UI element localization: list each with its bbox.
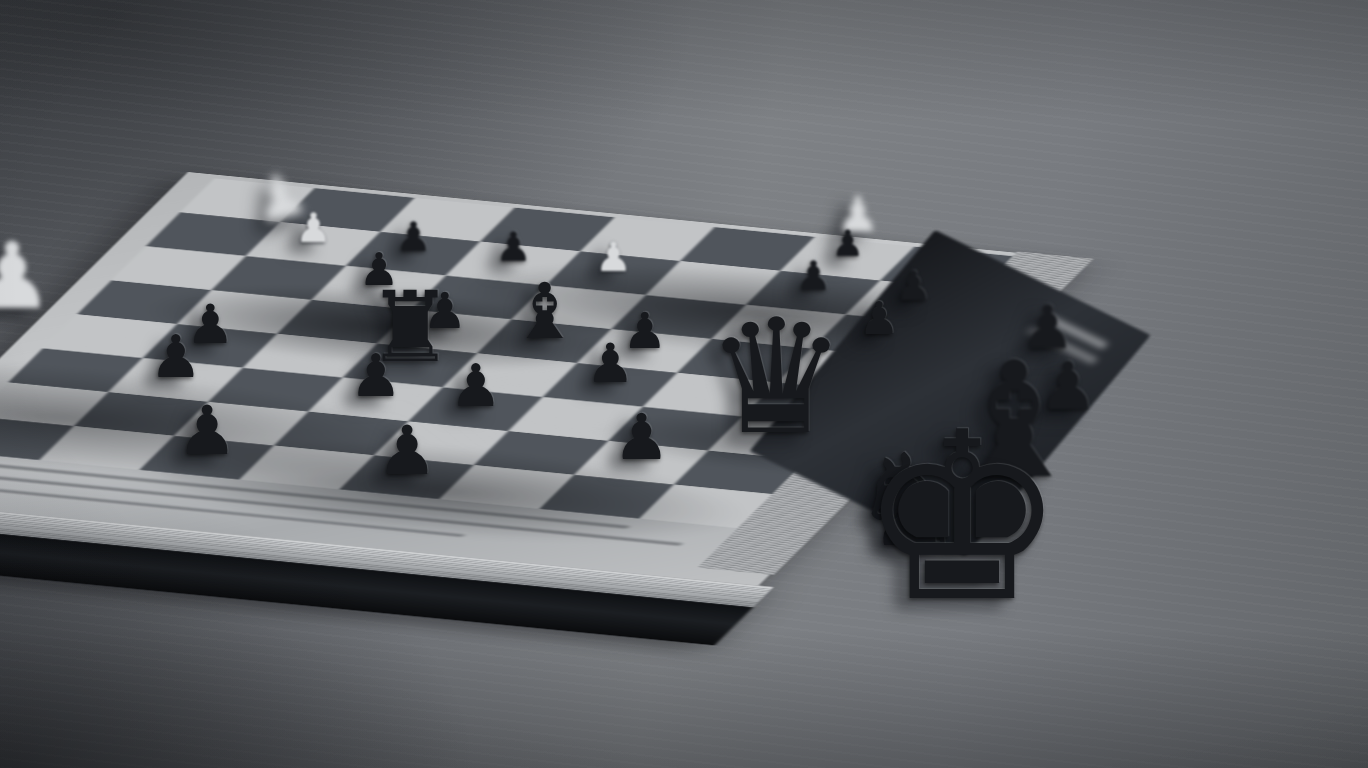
piece-black-pawn-g2: ♟: [613, 407, 670, 470]
piece-black-pawn-b3: ♟: [150, 328, 203, 387]
piece-black-pawn-f4: ♟: [586, 337, 635, 391]
piece-black-queen-h3: ♛: [705, 299, 847, 458]
photo-scene: ♟♟♟♟♟♟♟♟♟♟♝♟♟♜♟♟♟♟♛♟♟♟♟♟♟♞♚♝♟♟: [0, 0, 1368, 768]
piece-black-pawn-d3: ♟: [350, 347, 403, 406]
piece-black-pawn-d7: ♟: [495, 227, 532, 268]
piece-black-pawn-e1: ♟: [377, 417, 438, 485]
piece-white-pawn-e7: ♟: [595, 237, 632, 278]
offboard-white-pawn-table-left: ♟: [0, 231, 53, 323]
piece-black-pawn-h6: ♟: [859, 296, 900, 341]
piece-black-pawn-c7: ♟: [395, 218, 432, 259]
offboard-black-king-tray: ♚: [858, 402, 1066, 634]
piece-black-pawn-g8: ♟: [832, 226, 865, 262]
piece-black-pawn-e3: ♟: [450, 357, 503, 416]
piece-black-pawn-h7: ♟: [895, 266, 932, 307]
piece-black-bishop-e5: ♝: [510, 273, 579, 350]
piece-white-pawn-b7: ♟: [295, 208, 332, 249]
pieces-layer: ♟♟♟♟♟♟♟♟♟♟♝♟♟♜♟♟♟♟♛♟♟♟♟♟♟♞♚♝♟♟: [0, 0, 1368, 768]
piece-black-pawn-c1: ♟: [177, 398, 238, 466]
